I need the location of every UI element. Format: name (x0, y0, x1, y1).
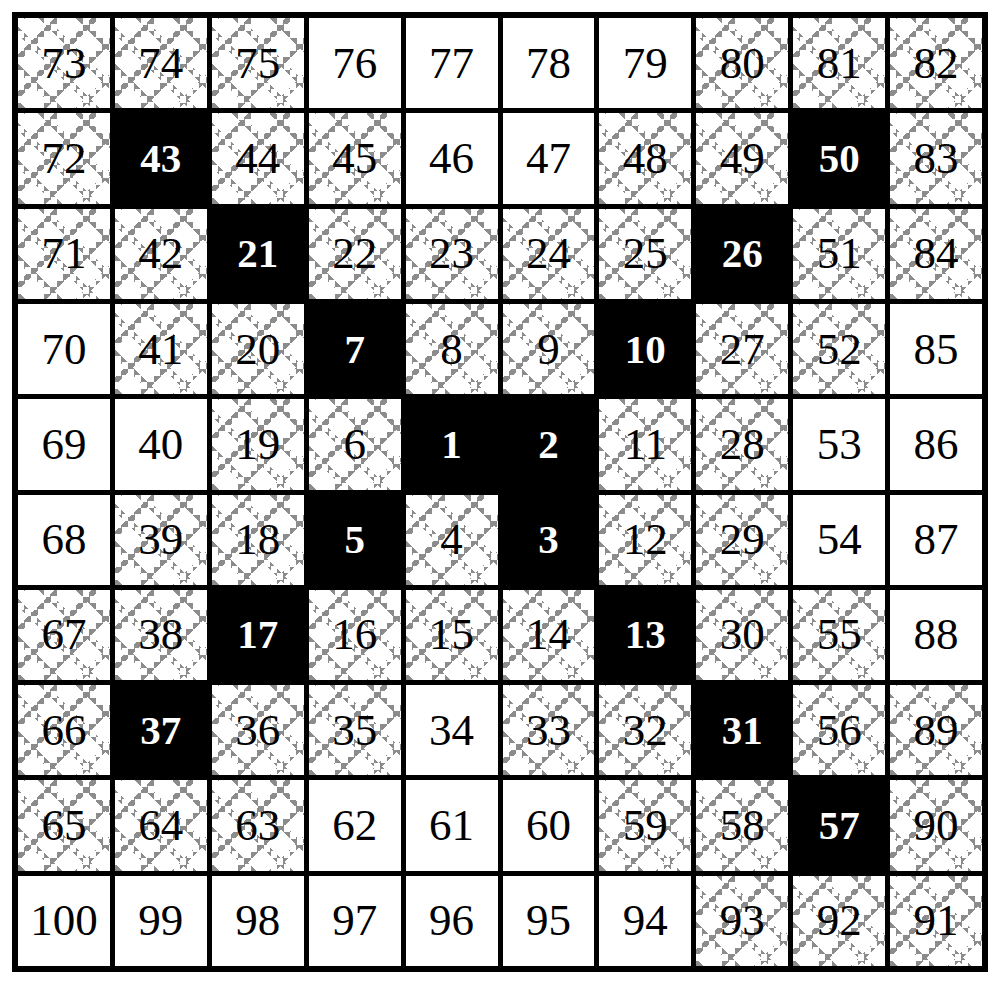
cell-number: 84 (914, 231, 959, 276)
cell-number: 54 (817, 517, 862, 562)
cell-27: 27 (696, 304, 788, 394)
cell-number: 63 (235, 803, 280, 848)
cell-number: 55 (817, 612, 862, 657)
cell-number: 26 (722, 233, 763, 274)
cell-57: 57 (793, 780, 885, 870)
cell-number: 44 (235, 136, 280, 181)
cell-64: 64 (115, 780, 207, 870)
cell-number: 99 (138, 898, 183, 943)
cell-number: 57 (819, 805, 860, 846)
cell-10: 10 (599, 304, 691, 394)
cell-66: 66 (18, 685, 110, 775)
cell-53: 53 (793, 399, 885, 489)
cell-number: 56 (817, 708, 862, 753)
cell-9: 9 (503, 304, 595, 394)
cell-34: 34 (406, 685, 498, 775)
cell-33: 33 (503, 685, 595, 775)
cell-65: 65 (18, 780, 110, 870)
cell-14: 14 (503, 590, 595, 680)
cell-number: 35 (332, 708, 377, 753)
cell-number: 39 (138, 517, 183, 562)
cell-number: 24 (526, 231, 571, 276)
cell-88: 88 (890, 590, 982, 680)
cell-13: 13 (599, 590, 691, 680)
cell-number: 14 (526, 612, 571, 657)
cell-61: 61 (406, 780, 498, 870)
cell-55: 55 (793, 590, 885, 680)
cell-74: 74 (115, 18, 207, 108)
cell-number: 51 (817, 231, 862, 276)
cell-number: 19 (235, 422, 280, 467)
cell-number: 48 (623, 136, 668, 181)
cell-number: 92 (817, 898, 862, 943)
cell-number: 93 (720, 898, 765, 943)
cell-98: 98 (212, 876, 304, 966)
cell-47: 47 (503, 113, 595, 203)
cell-4: 4 (406, 495, 498, 585)
cell-6: 6 (309, 399, 401, 489)
cell-number: 7 (344, 329, 365, 370)
cell-number: 3 (538, 519, 559, 560)
cell-79: 79 (599, 18, 691, 108)
cell-86: 86 (890, 399, 982, 489)
cell-81: 81 (793, 18, 885, 108)
cell-number: 11 (624, 422, 667, 467)
cell-number: 77 (429, 41, 474, 86)
cell-number: 38 (138, 612, 183, 657)
cell-number: 82 (914, 41, 959, 86)
cell-62: 62 (309, 780, 401, 870)
cell-number: 41 (138, 327, 183, 372)
cell-number: 67 (41, 612, 86, 657)
cell-19: 19 (212, 399, 304, 489)
cell-100: 100 (18, 876, 110, 966)
cell-number: 86 (914, 422, 959, 467)
cell-38: 38 (115, 590, 207, 680)
cell-28: 28 (696, 399, 788, 489)
cell-68: 68 (18, 495, 110, 585)
cell-number: 74 (138, 41, 183, 86)
cell-22: 22 (309, 209, 401, 299)
cell-26: 26 (696, 209, 788, 299)
cell-number: 33 (526, 708, 571, 753)
cell-number: 100 (30, 898, 98, 943)
cell-2: 2 (503, 399, 595, 489)
cell-number: 29 (720, 517, 765, 562)
cell-7: 7 (309, 304, 401, 394)
cell-52: 52 (793, 304, 885, 394)
cell-92: 92 (793, 876, 885, 966)
cell-number: 85 (914, 327, 959, 372)
cell-number: 76 (332, 41, 377, 86)
cell-number: 72 (41, 136, 86, 181)
cell-number: 88 (914, 612, 959, 657)
cell-number: 40 (138, 422, 183, 467)
cell-95: 95 (503, 876, 595, 966)
cell-91: 91 (890, 876, 982, 966)
cell-number: 95 (526, 898, 571, 943)
cell-number: 75 (235, 41, 280, 86)
cell-83: 83 (890, 113, 982, 203)
cell-69: 69 (18, 399, 110, 489)
cell-78: 78 (503, 18, 595, 108)
cell-11: 11 (599, 399, 691, 489)
cell-number: 2 (538, 424, 559, 465)
cell-number: 36 (235, 708, 280, 753)
cell-59: 59 (599, 780, 691, 870)
cell-number: 17 (237, 614, 278, 655)
cell-number: 1 (441, 424, 462, 465)
cell-number: 58 (720, 803, 765, 848)
cell-76: 76 (309, 18, 401, 108)
cell-35: 35 (309, 685, 401, 775)
cell-48: 48 (599, 113, 691, 203)
cell-number: 9 (537, 327, 560, 372)
cell-number: 31 (722, 710, 763, 751)
cell-93: 93 (696, 876, 788, 966)
cell-number: 16 (332, 612, 377, 657)
cell-number: 45 (332, 136, 377, 181)
cell-5: 5 (309, 495, 401, 585)
cell-42: 42 (115, 209, 207, 299)
cell-number: 97 (332, 898, 377, 943)
cell-number: 46 (429, 136, 474, 181)
cell-20: 20 (212, 304, 304, 394)
cell-63: 63 (212, 780, 304, 870)
cell-number: 5 (344, 519, 365, 560)
cell-15: 15 (406, 590, 498, 680)
cell-3: 3 (503, 495, 595, 585)
cell-number: 61 (429, 803, 474, 848)
cell-90: 90 (890, 780, 982, 870)
cell-41: 41 (115, 304, 207, 394)
cell-94: 94 (599, 876, 691, 966)
cell-45: 45 (309, 113, 401, 203)
cell-39: 39 (115, 495, 207, 585)
cell-number: 89 (914, 708, 959, 753)
cell-77: 77 (406, 18, 498, 108)
cell-number: 66 (41, 708, 86, 753)
cell-23: 23 (406, 209, 498, 299)
cell-24: 24 (503, 209, 595, 299)
cell-number: 68 (41, 517, 86, 562)
cell-number: 27 (720, 327, 765, 372)
cell-58: 58 (696, 780, 788, 870)
cell-85: 85 (890, 304, 982, 394)
cell-number: 23 (429, 231, 474, 276)
cell-number: 28 (720, 422, 765, 467)
cell-12: 12 (599, 495, 691, 585)
cell-number: 94 (623, 898, 668, 943)
cell-number: 64 (138, 803, 183, 848)
cell-51: 51 (793, 209, 885, 299)
cell-56: 56 (793, 685, 885, 775)
cell-18: 18 (212, 495, 304, 585)
cell-89: 89 (890, 685, 982, 775)
cell-number: 81 (817, 41, 862, 86)
cell-number: 90 (914, 803, 959, 848)
cell-number: 50 (819, 138, 860, 179)
cell-46: 46 (406, 113, 498, 203)
cell-37: 37 (115, 685, 207, 775)
cell-number: 49 (720, 136, 765, 181)
cell-50: 50 (793, 113, 885, 203)
cell-36: 36 (212, 685, 304, 775)
cell-97: 97 (309, 876, 401, 966)
cell-number: 25 (623, 231, 668, 276)
cell-8: 8 (406, 304, 498, 394)
cell-number: 32 (623, 708, 668, 753)
cell-number: 47 (526, 136, 571, 181)
cell-number: 60 (526, 803, 571, 848)
cell-73: 73 (18, 18, 110, 108)
cell-40: 40 (115, 399, 207, 489)
cell-number: 70 (41, 327, 86, 372)
cell-number: 73 (41, 41, 86, 86)
cell-number: 21 (237, 233, 278, 274)
cell-43: 43 (115, 113, 207, 203)
cell-1: 1 (406, 399, 498, 489)
cell-67: 67 (18, 590, 110, 680)
spiral-grid-figure: 7374757677787980818272434445464748495083… (0, 0, 1000, 984)
cell-87: 87 (890, 495, 982, 585)
cell-72: 72 (18, 113, 110, 203)
cell-49: 49 (696, 113, 788, 203)
cell-number: 6 (343, 422, 366, 467)
cell-number: 37 (140, 710, 181, 751)
cell-number: 22 (332, 231, 377, 276)
cell-25: 25 (599, 209, 691, 299)
cell-70: 70 (18, 304, 110, 394)
cell-31: 31 (696, 685, 788, 775)
cell-80: 80 (696, 18, 788, 108)
cell-number: 34 (429, 708, 474, 753)
cell-16: 16 (309, 590, 401, 680)
cell-number: 13 (625, 614, 666, 655)
cell-number: 71 (41, 231, 86, 276)
cell-number: 42 (138, 231, 183, 276)
cell-number: 83 (914, 136, 959, 181)
cell-30: 30 (696, 590, 788, 680)
cell-75: 75 (212, 18, 304, 108)
cell-number: 43 (140, 138, 181, 179)
cell-number: 15 (429, 612, 474, 657)
cell-number: 10 (625, 329, 666, 370)
cell-29: 29 (696, 495, 788, 585)
cell-number: 62 (332, 803, 377, 848)
cell-number: 12 (623, 517, 668, 562)
cell-number: 18 (235, 517, 280, 562)
cell-number: 8 (440, 327, 463, 372)
cell-number: 87 (914, 517, 959, 562)
cell-82: 82 (890, 18, 982, 108)
cell-44: 44 (212, 113, 304, 203)
cell-number: 53 (817, 422, 862, 467)
cell-number: 96 (429, 898, 474, 943)
cell-number: 91 (914, 898, 959, 943)
cell-number: 20 (235, 327, 280, 372)
cell-21: 21 (212, 209, 304, 299)
cell-number: 4 (440, 517, 463, 562)
cell-32: 32 (599, 685, 691, 775)
cell-99: 99 (115, 876, 207, 966)
cell-54: 54 (793, 495, 885, 585)
cell-number: 30 (720, 612, 765, 657)
cell-71: 71 (18, 209, 110, 299)
cell-84: 84 (890, 209, 982, 299)
cell-number: 79 (623, 41, 668, 86)
cell-number: 80 (720, 41, 765, 86)
cell-number: 52 (817, 327, 862, 372)
cell-number: 65 (41, 803, 86, 848)
cell-96: 96 (406, 876, 498, 966)
cell-number: 78 (526, 41, 571, 86)
cell-number: 59 (623, 803, 668, 848)
grid-board: 7374757677787980818272434445464748495083… (12, 12, 988, 972)
cell-60: 60 (503, 780, 595, 870)
cell-17: 17 (212, 590, 304, 680)
cell-number: 98 (235, 898, 280, 943)
cell-number: 69 (41, 422, 86, 467)
